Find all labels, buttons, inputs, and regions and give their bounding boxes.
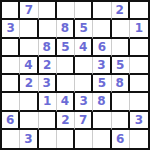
cell-r4c7[interactable]: 5 [112,57,130,75]
cell-r4c5[interactable] [75,57,93,75]
given-digit: 2 [43,59,51,71]
cell-r5c8[interactable] [130,75,148,93]
cell-r3c7[interactable] [112,39,130,57]
cell-r5c7[interactable]: 8 [112,75,130,93]
cell-r5c2[interactable]: 2 [20,75,38,93]
given-digit: 7 [79,114,87,126]
given-digit: 1 [43,95,51,107]
cell-r7c2[interactable] [20,112,38,130]
cell-r5c6[interactable]: 5 [93,75,111,93]
cell-r1c4[interactable] [57,2,75,20]
sudoku-board: 7238518546423523581438627336 [0,0,150,150]
cell-r2c6[interactable] [93,20,111,38]
cell-r4c6[interactable]: 3 [93,57,111,75]
cell-r4c2[interactable]: 4 [20,57,38,75]
cell-r5c1[interactable] [2,75,20,93]
given-digit: 5 [98,77,106,89]
given-digit: 8 [97,95,105,107]
cell-r6c8[interactable] [130,93,148,111]
cell-r8c7[interactable]: 6 [112,130,130,148]
given-digit: 3 [97,59,105,71]
given-digit: 2 [61,114,69,126]
given-digit: 4 [61,95,69,107]
cell-r1c8[interactable] [130,2,148,20]
cell-r7c3[interactable] [39,112,57,130]
cell-r1c6[interactable] [93,2,111,20]
given-digit: 8 [61,22,69,34]
given-digit: 5 [79,22,87,34]
cell-r2c4[interactable]: 8 [57,20,75,38]
cell-r6c2[interactable] [20,93,38,111]
cell-r1c2[interactable]: 7 [20,2,38,20]
cell-r6c7[interactable] [112,93,130,111]
cell-r2c8[interactable]: 1 [130,20,148,38]
cell-r2c7[interactable] [112,20,130,38]
given-digit: 3 [6,22,14,34]
given-digit: 5 [116,59,124,71]
given-digit: 1 [135,22,143,34]
cell-r7c5[interactable]: 7 [75,112,93,130]
cell-r4c3[interactable]: 2 [39,57,57,75]
cell-r4c1[interactable] [2,57,20,75]
cell-r8c2[interactable]: 3 [20,130,38,148]
cell-r2c5[interactable]: 5 [75,20,93,38]
cell-r6c4[interactable]: 4 [57,93,75,111]
given-digit: 8 [115,77,123,89]
given-digit: 4 [24,59,32,71]
given-digit: 3 [42,77,50,89]
cell-r7c1[interactable]: 6 [2,112,20,130]
given-digit: 3 [24,133,32,145]
cell-r2c1[interactable]: 3 [2,20,20,38]
cell-r3c2[interactable] [20,39,38,57]
given-digit: 2 [115,4,123,16]
cell-r4c8[interactable] [130,57,148,75]
cell-r4c4[interactable] [57,57,75,75]
cell-r1c7[interactable]: 2 [112,2,130,20]
cell-r3c5[interactable]: 4 [75,39,93,57]
given-digit: 3 [79,95,87,107]
cell-r6c6[interactable]: 8 [93,93,111,111]
cell-r2c3[interactable] [39,20,57,38]
cell-r7c8[interactable]: 3 [130,112,148,130]
cell-r6c3[interactable]: 1 [39,93,57,111]
cell-r8c8[interactable] [130,130,148,148]
cell-r1c5[interactable] [75,2,93,20]
given-digit: 6 [116,133,124,145]
cell-r3c1[interactable] [2,39,20,57]
cell-r5c3[interactable]: 3 [39,75,57,93]
given-digit: 2 [25,77,33,89]
cell-r2c2[interactable] [20,20,38,38]
given-digit: 4 [79,41,87,53]
cell-r8c3[interactable] [39,130,57,148]
cell-r1c3[interactable] [39,2,57,20]
cell-r1c1[interactable] [2,2,20,20]
cell-r8c4[interactable] [57,130,75,148]
cell-r3c8[interactable] [130,39,148,57]
cell-r3c3[interactable]: 8 [39,39,57,57]
given-digit: 3 [135,114,143,126]
cell-r7c4[interactable]: 2 [57,112,75,130]
given-digit: 6 [6,114,14,126]
cell-r3c4[interactable]: 5 [57,39,75,57]
cell-r7c6[interactable] [93,112,111,130]
cell-r5c5[interactable] [75,75,93,93]
cell-r5c4[interactable] [57,75,75,93]
given-digit: 7 [25,4,33,16]
cell-r8c6[interactable] [93,130,111,148]
given-digit: 5 [61,41,69,53]
given-digit: 8 [42,41,50,53]
given-digit: 6 [98,41,106,53]
cell-r6c5[interactable]: 3 [75,93,93,111]
cell-r6c1[interactable] [2,93,20,111]
cell-r8c1[interactable] [2,130,20,148]
cell-r7c7[interactable] [112,112,130,130]
cell-r3c6[interactable]: 6 [93,39,111,57]
cell-r8c5[interactable] [75,130,93,148]
